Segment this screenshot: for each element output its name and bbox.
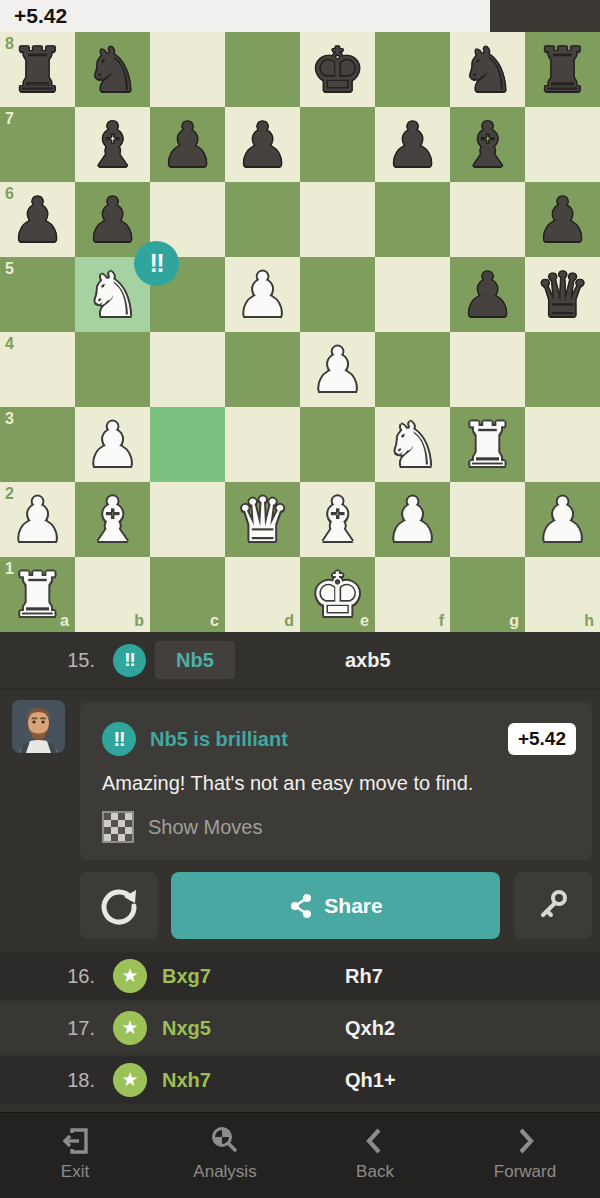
- square-f1[interactable]: f: [375, 557, 450, 632]
- square-a1[interactable]: 1a♜: [0, 557, 75, 632]
- square-b6[interactable]: ♟: [75, 182, 150, 257]
- square-b1[interactable]: b: [75, 557, 150, 632]
- square-f5[interactable]: [375, 257, 450, 332]
- white-p-piece: ♟: [375, 482, 450, 557]
- square-d3[interactable]: [225, 407, 300, 482]
- square-f6[interactable]: [375, 182, 450, 257]
- rank-label: 5: [5, 260, 14, 278]
- white-move[interactable]: Bxg7: [162, 965, 211, 988]
- square-h1[interactable]: h: [525, 557, 600, 632]
- square-g8[interactable]: ♞: [450, 32, 525, 107]
- retry-icon: [98, 885, 140, 927]
- square-d4[interactable]: [225, 332, 300, 407]
- black-move[interactable]: Qxh2: [345, 1017, 395, 1040]
- black-k-piece: ♚: [300, 32, 375, 107]
- share-button[interactable]: Share: [171, 872, 500, 939]
- current-move-row[interactable]: 15. ‼ Nb5 axb5: [0, 632, 600, 690]
- brilliant-icon: ‼: [102, 722, 136, 756]
- square-a4[interactable]: 4: [0, 332, 75, 407]
- file-label: b: [134, 612, 144, 630]
- key-button[interactable]: [514, 872, 592, 939]
- square-f2[interactable]: ♟: [375, 482, 450, 557]
- square-a7[interactable]: 7: [0, 107, 75, 182]
- black-move[interactable]: Rh7: [345, 965, 383, 988]
- square-h6[interactable]: ♟: [525, 182, 600, 257]
- square-b7[interactable]: ♝: [75, 107, 150, 182]
- file-label: h: [584, 612, 594, 630]
- square-h2[interactable]: ♟: [525, 482, 600, 557]
- black-p-piece: ♟: [0, 182, 75, 257]
- square-f3[interactable]: ♞: [375, 407, 450, 482]
- square-a2[interactable]: 2♟: [0, 482, 75, 557]
- square-g2[interactable]: [450, 482, 525, 557]
- black-p-piece: ♟: [450, 257, 525, 332]
- square-a3[interactable]: 3: [0, 407, 75, 482]
- square-c8[interactable]: [150, 32, 225, 107]
- exit-icon: [59, 1125, 91, 1157]
- square-c7[interactable]: ♟: [150, 107, 225, 182]
- evaluation-score: +5.42: [0, 0, 490, 32]
- square-e3[interactable]: [300, 407, 375, 482]
- square-h5[interactable]: ♛: [525, 257, 600, 332]
- black-n-piece: ♞: [75, 32, 150, 107]
- white-p-piece: ♟: [0, 482, 75, 557]
- chevron-left-icon: [359, 1125, 391, 1157]
- square-b3[interactable]: ♟: [75, 407, 150, 482]
- square-d2[interactable]: ♛: [225, 482, 300, 557]
- square-g7[interactable]: ♝: [450, 107, 525, 182]
- black-b-piece: ♝: [75, 107, 150, 182]
- file-label: d: [284, 612, 294, 630]
- square-h7[interactable]: [525, 107, 600, 182]
- square-f8[interactable]: [375, 32, 450, 107]
- move-row[interactable]: 16. ★ Bxg7 Rh7: [0, 952, 600, 1000]
- white-r-piece: ♜: [450, 407, 525, 482]
- nav-analysis[interactable]: Analysis: [150, 1113, 300, 1198]
- black-r-piece: ♜: [0, 32, 75, 107]
- square-f7[interactable]: ♟: [375, 107, 450, 182]
- rank-label: 7: [5, 110, 14, 128]
- white-r-piece: ♜: [0, 557, 75, 632]
- analysis-icon: [209, 1125, 241, 1157]
- chevron-right-icon: [509, 1125, 541, 1157]
- black-move[interactable]: Qh1+: [345, 1069, 396, 1092]
- square-f4[interactable]: [375, 332, 450, 407]
- white-p-piece: ♟: [225, 257, 300, 332]
- square-c3[interactable]: [150, 407, 225, 482]
- square-e1[interactable]: e♚: [300, 557, 375, 632]
- square-a6[interactable]: 6♟: [0, 182, 75, 257]
- white-p-piece: ♟: [300, 332, 375, 407]
- move-number: 15.: [0, 649, 95, 672]
- share-icon: [288, 893, 314, 919]
- nav-back[interactable]: Back: [300, 1113, 450, 1198]
- nav-exit[interactable]: Exit: [0, 1113, 150, 1198]
- retry-button[interactable]: [80, 872, 158, 939]
- evaluation-bar-white-portion: +5.42: [0, 0, 490, 32]
- white-k-piece: ♚: [300, 557, 375, 632]
- white-move[interactable]: Nxh7: [162, 1069, 211, 1092]
- square-d7[interactable]: ♟: [225, 107, 300, 182]
- black-b-piece: ♝: [450, 107, 525, 182]
- nav-forward[interactable]: Forward: [450, 1113, 600, 1198]
- black-r-piece: ♜: [525, 32, 600, 107]
- black-p-piece: ♟: [150, 107, 225, 182]
- square-d5[interactable]: ♟: [225, 257, 300, 332]
- white-n-piece: ♞: [375, 407, 450, 482]
- analysis-panel: 15. ‼ Nb5 axb5 ‼ Nb5 is brilliant +5.42 …: [0, 632, 600, 1112]
- analysis-comment: Amazing! That's not an easy move to find…: [102, 772, 576, 795]
- black-p-piece: ♟: [75, 182, 150, 257]
- white-p-piece: ♟: [75, 407, 150, 482]
- square-b4[interactable]: [75, 332, 150, 407]
- square-d1[interactable]: d: [225, 557, 300, 632]
- file-label: g: [509, 612, 519, 630]
- key-icon: [534, 887, 572, 925]
- square-d8[interactable]: [225, 32, 300, 107]
- file-label: f: [439, 612, 444, 630]
- rank-label: 3: [5, 410, 14, 428]
- square-c4[interactable]: [150, 332, 225, 407]
- move-row[interactable]: 17. ★ Nxg5 Qxh2: [0, 1004, 600, 1052]
- square-c1[interactable]: c: [150, 557, 225, 632]
- selected-move-chip[interactable]: Nb5: [155, 641, 235, 679]
- brilliant-icon: ‼: [113, 644, 146, 677]
- move-list: 16. ★ Bxg7 Rh7 17. ★ Nxg5 Qxh2 18. ★ Nxh…: [0, 952, 600, 1108]
- square-c2[interactable]: [150, 482, 225, 557]
- file-label: c: [210, 612, 219, 630]
- square-a5[interactable]: 5: [0, 257, 75, 332]
- square-h4[interactable]: [525, 332, 600, 407]
- action-buttons: Share: [0, 872, 600, 939]
- best-move-star-icon: ★: [113, 959, 147, 993]
- brilliant-move-badge: ‼: [134, 241, 179, 286]
- move-row[interactable]: 18. ★ Nxh7 Qh1+: [0, 1056, 600, 1104]
- black-n-piece: ♞: [450, 32, 525, 107]
- black-p-piece: ♟: [525, 182, 600, 257]
- white-q-piece: ♛: [225, 482, 300, 557]
- square-e4[interactable]: ♟: [300, 332, 375, 407]
- analysis-headline: Nb5 is brilliant: [150, 728, 508, 751]
- mini-board-icon: [102, 811, 134, 843]
- white-b-piece: ♝: [75, 482, 150, 557]
- square-e2[interactable]: ♝: [300, 482, 375, 557]
- white-b-piece: ♝: [300, 482, 375, 557]
- square-h3[interactable]: [525, 407, 600, 482]
- avatar: [12, 700, 65, 753]
- square-e7[interactable]: [300, 107, 375, 182]
- bottom-nav: Exit Analysis Back Forward: [0, 1112, 600, 1198]
- black-q-piece: ♛: [525, 257, 600, 332]
- square-g1[interactable]: g: [450, 557, 525, 632]
- square-d6[interactable]: [225, 182, 300, 257]
- white-p-piece: ♟: [525, 482, 600, 557]
- square-g4[interactable]: [450, 332, 525, 407]
- square-b5[interactable]: ♞‼: [75, 257, 150, 332]
- black-p-piece: ♟: [225, 107, 300, 182]
- square-b8[interactable]: ♞: [75, 32, 150, 107]
- eval-badge: +5.42: [508, 723, 576, 755]
- black-move[interactable]: axb5: [345, 649, 391, 672]
- square-e5[interactable]: [300, 257, 375, 332]
- chess-board[interactable]: 8♜♞♚♞♜7♝♟♟♟♝6♟♟♟5♞‼♟♟♛4♟3♟♞♜2♟♝♛♝♟♟1a♜bc…: [0, 32, 600, 632]
- show-moves-button[interactable]: Show Moves: [102, 811, 576, 843]
- analysis-card: ‼ Nb5 is brilliant +5.42 Amazing! That's…: [80, 702, 592, 860]
- square-b2[interactable]: ♝: [75, 482, 150, 557]
- rank-label: 4: [5, 335, 14, 353]
- square-h8[interactable]: ♜: [525, 32, 600, 107]
- best-move-star-icon: ★: [113, 1063, 147, 1097]
- black-p-piece: ♟: [375, 107, 450, 182]
- evaluation-bar: +5.42: [0, 0, 600, 32]
- square-g3[interactable]: ♜: [450, 407, 525, 482]
- square-g5[interactable]: ♟: [450, 257, 525, 332]
- square-e6[interactable]: [300, 182, 375, 257]
- best-move-star-icon: ★: [113, 1011, 147, 1045]
- square-g6[interactable]: [450, 182, 525, 257]
- white-move[interactable]: Nxg5: [162, 1017, 211, 1040]
- square-a8[interactable]: 8♜: [0, 32, 75, 107]
- square-e8[interactable]: ♚: [300, 32, 375, 107]
